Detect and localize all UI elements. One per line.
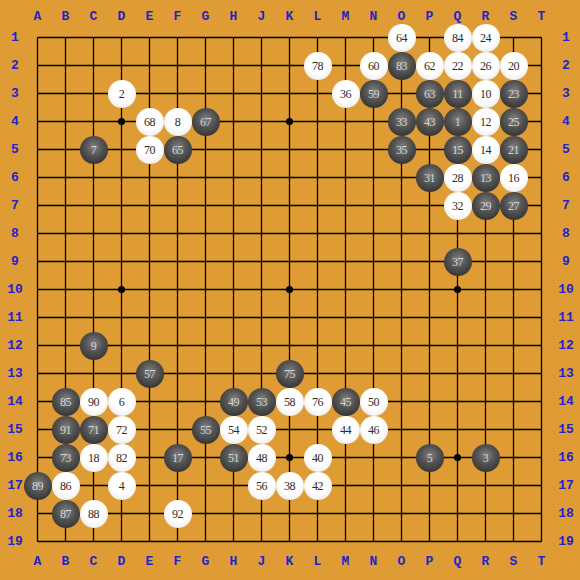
white-stone-42-l17: 42: [304, 472, 332, 500]
move-number: 73: [60, 452, 71, 464]
col-label-top-s: S: [510, 10, 518, 24]
white-stone-36-m3: 36: [332, 80, 360, 108]
row-label-right-8: 8: [562, 227, 570, 241]
black-stone-5-p16: 5: [416, 444, 444, 472]
black-stone-21-s5: 21: [500, 136, 528, 164]
row-label-left-4: 4: [11, 115, 19, 129]
black-stone-83-o2: 83: [388, 52, 416, 80]
row-label-right-17: 17: [558, 479, 574, 493]
white-stone-18-c16: 18: [80, 444, 108, 472]
col-label-top-e: E: [146, 10, 154, 24]
row-label-left-13: 13: [7, 367, 23, 381]
white-stone-16-s6: 16: [500, 164, 528, 192]
black-stone-73-b16: 73: [52, 444, 80, 472]
black-stone-59-n3: 59: [360, 80, 388, 108]
row-label-left-19: 19: [7, 535, 23, 549]
row-label-right-18: 18: [558, 507, 574, 521]
move-number: 91: [60, 424, 71, 436]
black-stone-31-p6: 31: [416, 164, 444, 192]
white-stone-28-q6: 28: [444, 164, 472, 192]
black-stone-1-q4: 1: [444, 108, 472, 136]
col-label-bottom-k: K: [286, 555, 294, 569]
move-number: 12: [480, 116, 491, 128]
move-number: 45: [340, 396, 351, 408]
move-number: 8: [175, 116, 181, 128]
move-number: 3: [483, 452, 489, 464]
row-label-right-2: 2: [562, 59, 570, 73]
black-stone-49-h14: 49: [220, 388, 248, 416]
row-label-left-17: 17: [7, 479, 23, 493]
move-number: 76: [312, 396, 323, 408]
row-label-right-19: 19: [558, 535, 574, 549]
row-label-left-12: 12: [7, 339, 23, 353]
move-number: 15: [452, 144, 463, 156]
row-label-left-10: 10: [7, 283, 23, 297]
move-number: 86: [60, 480, 71, 492]
black-stone-9-c12: 9: [80, 332, 108, 360]
move-number: 17: [172, 452, 183, 464]
white-stone-12-r4: 12: [472, 108, 500, 136]
row-label-left-5: 5: [11, 143, 19, 157]
black-stone-51-h16: 51: [220, 444, 248, 472]
move-number: 23: [508, 88, 519, 100]
row-label-left-16: 16: [7, 451, 23, 465]
row-label-left-2: 2: [11, 59, 19, 73]
move-number: 44: [340, 424, 351, 436]
row-label-right-11: 11: [558, 311, 574, 325]
black-stone-89-a17: 89: [24, 472, 52, 500]
black-stone-23-s3: 23: [500, 80, 528, 108]
black-stone-45-m14: 45: [332, 388, 360, 416]
row-label-right-6: 6: [562, 171, 570, 185]
white-stone-44-m15: 44: [332, 416, 360, 444]
move-number: 70: [144, 144, 155, 156]
move-number: 7: [91, 144, 97, 156]
move-number: 87: [60, 508, 71, 520]
white-stone-4-d17: 4: [108, 472, 136, 500]
move-number: 82: [116, 452, 127, 464]
row-label-right-9: 9: [562, 255, 570, 269]
move-number: 83: [396, 60, 407, 72]
white-stone-72-d15: 72: [108, 416, 136, 444]
black-stone-63-p3: 63: [416, 80, 444, 108]
move-number: 53: [256, 396, 267, 408]
col-label-top-k: K: [286, 10, 294, 24]
white-stone-86-b17: 86: [52, 472, 80, 500]
move-number: 40: [312, 452, 323, 464]
white-stone-64-o1: 64: [388, 24, 416, 52]
move-number: 85: [60, 396, 71, 408]
white-stone-26-r2: 26: [472, 52, 500, 80]
white-stone-68-e4: 68: [136, 108, 164, 136]
move-number: 71: [88, 424, 99, 436]
white-stone-58-k14: 58: [276, 388, 304, 416]
white-stone-14-r5: 14: [472, 136, 500, 164]
move-number: 90: [88, 396, 99, 408]
move-number: 35: [396, 144, 407, 156]
star-point-k4: [286, 118, 293, 125]
col-label-top-m: M: [342, 10, 350, 24]
black-stone-37-q9: 37: [444, 248, 472, 276]
move-number: 57: [144, 368, 155, 380]
move-number: 2: [119, 88, 125, 100]
row-label-right-10: 10: [558, 283, 574, 297]
white-stone-70-e5: 70: [136, 136, 164, 164]
move-number: 60: [368, 60, 379, 72]
col-label-bottom-m: M: [342, 555, 350, 569]
col-label-bottom-f: F: [174, 555, 182, 569]
move-number: 26: [480, 60, 491, 72]
move-number: 36: [340, 88, 351, 100]
col-label-top-p: P: [426, 10, 434, 24]
col-label-bottom-p: P: [426, 555, 434, 569]
col-label-bottom-a: A: [34, 555, 42, 569]
row-label-right-16: 16: [558, 451, 574, 465]
row-label-left-14: 14: [7, 395, 23, 409]
col-label-bottom-s: S: [510, 555, 518, 569]
move-number: 54: [228, 424, 239, 436]
move-number: 14: [480, 144, 491, 156]
col-label-top-t: T: [538, 10, 546, 24]
col-label-top-j: J: [258, 10, 266, 24]
white-stone-92-f18: 92: [164, 500, 192, 528]
move-number: 9: [91, 340, 97, 352]
white-stone-78-l2: 78: [304, 52, 332, 80]
move-number: 84: [452, 32, 463, 44]
move-number: 24: [480, 32, 491, 44]
white-stone-6-d14: 6: [108, 388, 136, 416]
col-label-top-f: F: [174, 10, 182, 24]
move-number: 13: [480, 172, 491, 184]
row-label-right-12: 12: [558, 339, 574, 353]
col-label-bottom-c: C: [90, 555, 98, 569]
star-point-k10: [286, 286, 293, 293]
move-number: 89: [32, 480, 43, 492]
star-point-k16: [286, 454, 293, 461]
col-label-bottom-d: D: [118, 555, 126, 569]
black-stone-87-b18: 87: [52, 500, 80, 528]
row-label-left-6: 6: [11, 171, 19, 185]
white-stone-40-l16: 40: [304, 444, 332, 472]
row-label-right-5: 5: [562, 143, 570, 157]
row-label-right-3: 3: [562, 87, 570, 101]
white-stone-48-j16: 48: [248, 444, 276, 472]
move-number: 21: [508, 144, 519, 156]
col-label-top-a: A: [34, 10, 42, 24]
white-stone-54-h15: 54: [220, 416, 248, 444]
move-number: 63: [424, 88, 435, 100]
col-label-bottom-n: N: [370, 555, 378, 569]
white-stone-84-q1: 84: [444, 24, 472, 52]
move-number: 78: [312, 60, 323, 72]
move-number: 72: [116, 424, 127, 436]
move-number: 43: [424, 116, 435, 128]
col-label-top-r: R: [482, 10, 490, 24]
star-point-q16: [454, 454, 461, 461]
row-label-left-9: 9: [11, 255, 19, 269]
move-number: 67: [200, 116, 211, 128]
move-number: 64: [396, 32, 407, 44]
black-stone-53-j14: 53: [248, 388, 276, 416]
row-label-right-7: 7: [562, 199, 570, 213]
black-stone-57-e13: 57: [136, 360, 164, 388]
move-number: 22: [452, 60, 463, 72]
move-number: 10: [480, 88, 491, 100]
col-label-bottom-h: H: [230, 555, 238, 569]
col-label-top-q: Q: [454, 10, 462, 24]
go-board[interactable]: AA11BB22CC33DD44EE55FF66GG77HH88JJ99KK10…: [0, 0, 580, 580]
row-label-left-8: 8: [11, 227, 19, 241]
black-stone-67-g4: 67: [192, 108, 220, 136]
move-number: 25: [508, 116, 519, 128]
white-stone-90-c14: 90: [80, 388, 108, 416]
move-number: 6: [119, 396, 125, 408]
white-stone-60-n2: 60: [360, 52, 388, 80]
move-number: 38: [284, 480, 295, 492]
move-number: 1: [455, 116, 461, 128]
row-label-left-3: 3: [11, 87, 19, 101]
move-number: 5: [427, 452, 433, 464]
col-label-bottom-l: L: [314, 555, 322, 569]
move-number: 75: [284, 368, 295, 380]
row-label-left-1: 1: [11, 31, 19, 45]
move-number: 20: [508, 60, 519, 72]
black-stone-75-k13: 75: [276, 360, 304, 388]
col-label-bottom-g: G: [202, 555, 210, 569]
white-stone-62-p2: 62: [416, 52, 444, 80]
move-number: 62: [424, 60, 435, 72]
move-number: 37: [452, 256, 463, 268]
row-label-left-7: 7: [11, 199, 19, 213]
move-number: 27: [508, 200, 519, 212]
white-stone-88-c18: 88: [80, 500, 108, 528]
move-number: 52: [256, 424, 267, 436]
col-label-bottom-r: R: [482, 555, 490, 569]
white-stone-2-d3: 2: [108, 80, 136, 108]
row-label-right-14: 14: [558, 395, 574, 409]
star-point-d4: [118, 118, 125, 125]
black-stone-55-g15: 55: [192, 416, 220, 444]
black-stone-13-r6: 13: [472, 164, 500, 192]
col-label-top-b: B: [62, 10, 70, 24]
black-stone-33-o4: 33: [388, 108, 416, 136]
white-stone-8-f4: 8: [164, 108, 192, 136]
col-label-bottom-j: J: [258, 555, 266, 569]
row-label-left-15: 15: [7, 423, 23, 437]
move-number: 11: [452, 88, 463, 100]
black-stone-35-o5: 35: [388, 136, 416, 164]
black-stone-91-b15: 91: [52, 416, 80, 444]
white-stone-38-k17: 38: [276, 472, 304, 500]
row-label-left-11: 11: [7, 311, 23, 325]
move-number: 92: [172, 508, 183, 520]
row-label-right-4: 4: [562, 115, 570, 129]
white-stone-10-r3: 10: [472, 80, 500, 108]
black-stone-7-c5: 7: [80, 136, 108, 164]
move-number: 4: [119, 480, 125, 492]
row-label-left-18: 18: [7, 507, 23, 521]
white-stone-46-n15: 46: [360, 416, 388, 444]
move-number: 88: [88, 508, 99, 520]
col-label-bottom-o: O: [398, 555, 406, 569]
black-stone-15-q5: 15: [444, 136, 472, 164]
row-label-right-13: 13: [558, 367, 574, 381]
col-label-top-o: O: [398, 10, 406, 24]
move-number: 33: [396, 116, 407, 128]
col-label-top-g: G: [202, 10, 210, 24]
move-number: 59: [368, 88, 379, 100]
white-stone-82-d16: 82: [108, 444, 136, 472]
col-label-bottom-t: T: [538, 555, 546, 569]
col-label-top-c: C: [90, 10, 98, 24]
move-number: 68: [144, 116, 155, 128]
move-number: 16: [508, 172, 519, 184]
move-number: 58: [284, 396, 295, 408]
move-number: 51: [228, 452, 239, 464]
star-point-d10: [118, 286, 125, 293]
move-number: 50: [368, 396, 379, 408]
black-stone-29-r7: 29: [472, 192, 500, 220]
black-stone-11-q3: 11: [444, 80, 472, 108]
move-number: 31: [424, 172, 435, 184]
white-stone-56-j17: 56: [248, 472, 276, 500]
black-stone-65-f5: 65: [164, 136, 192, 164]
move-number: 28: [452, 172, 463, 184]
move-number: 56: [256, 480, 267, 492]
black-stone-71-c15: 71: [80, 416, 108, 444]
white-stone-32-q7: 32: [444, 192, 472, 220]
move-number: 46: [368, 424, 379, 436]
col-label-top-n: N: [370, 10, 378, 24]
col-label-top-d: D: [118, 10, 126, 24]
move-number: 49: [228, 396, 239, 408]
move-number: 42: [312, 480, 323, 492]
col-label-bottom-q: Q: [454, 555, 462, 569]
move-number: 32: [452, 200, 463, 212]
row-label-right-1: 1: [562, 31, 570, 45]
move-number: 55: [200, 424, 211, 436]
move-number: 18: [88, 452, 99, 464]
move-number: 48: [256, 452, 267, 464]
col-label-top-l: L: [314, 10, 322, 24]
black-stone-85-b14: 85: [52, 388, 80, 416]
move-number: 29: [480, 200, 491, 212]
black-stone-27-s7: 27: [500, 192, 528, 220]
white-stone-52-j15: 52: [248, 416, 276, 444]
white-stone-76-l14: 76: [304, 388, 332, 416]
white-stone-50-n14: 50: [360, 388, 388, 416]
black-stone-17-f16: 17: [164, 444, 192, 472]
col-label-bottom-e: E: [146, 555, 154, 569]
white-stone-24-r1: 24: [472, 24, 500, 52]
white-stone-22-q2: 22: [444, 52, 472, 80]
move-number: 65: [172, 144, 183, 156]
row-label-right-15: 15: [558, 423, 574, 437]
white-stone-20-s2: 20: [500, 52, 528, 80]
col-label-top-h: H: [230, 10, 238, 24]
black-stone-3-r16: 3: [472, 444, 500, 472]
black-stone-43-p4: 43: [416, 108, 444, 136]
col-label-bottom-b: B: [62, 555, 70, 569]
black-stone-25-s4: 25: [500, 108, 528, 136]
star-point-q10: [454, 286, 461, 293]
